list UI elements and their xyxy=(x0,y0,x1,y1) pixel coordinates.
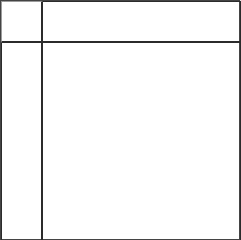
corner-block xyxy=(1,1,43,43)
column-clues-panel xyxy=(43,1,241,43)
nonogram-app xyxy=(0,0,240,240)
row-clues-panel xyxy=(1,43,43,240)
board xyxy=(43,43,241,240)
